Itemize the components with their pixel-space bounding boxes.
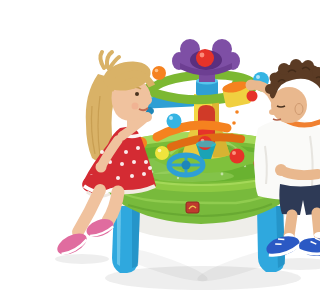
girl-hand-launcher: [96, 162, 107, 173]
girl-cheek-blush: [132, 103, 139, 110]
boy-ear: [295, 104, 303, 115]
scene-illustration: [40, 16, 320, 300]
brand-badge: [186, 202, 199, 213]
ball-orange-left-ramp: [152, 66, 166, 80]
boy-hand-tower: [246, 80, 257, 91]
brand-badge-plate: [186, 202, 199, 213]
boy-leg-right: [317, 213, 319, 234]
boy-hand-launcher: [275, 164, 287, 176]
ball-red-right-small: [247, 91, 258, 102]
spinner-funnel-rim: [196, 141, 216, 148]
spinner-hub: [182, 161, 191, 170]
boy-nose: [269, 109, 277, 115]
ball-yellow-water-2: [155, 146, 169, 160]
product-photo: Two toddlers play at a round green ball-…: [40, 16, 320, 300]
ball-in-flower: [196, 49, 214, 67]
girl-eye: [135, 92, 139, 96]
girl-shadow: [55, 254, 109, 264]
boy-arm-to-launcher: [285, 172, 318, 175]
boy-leg-left: [289, 215, 292, 236]
ball-blue-lower-ramp: [167, 114, 182, 129]
ball-in-flower-glint: [200, 53, 205, 58]
ball-red-water-1: [230, 149, 245, 164]
